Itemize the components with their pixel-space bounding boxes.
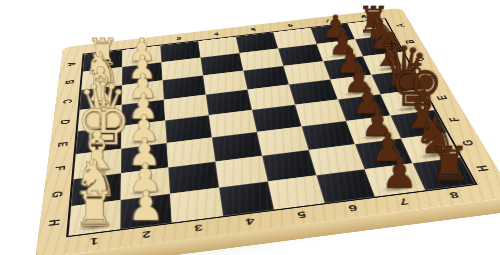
square-d6[interactable] <box>289 80 338 105</box>
black-rook-h8[interactable]: ♜ <box>424 143 475 188</box>
chess-set-photo: 12345678A♜♟♟♜AB♞♟♟♞BC♝♟♟♝CD♛♟♟♛DE♚♟♟♚EF♝… <box>0 0 500 255</box>
square-f4[interactable] <box>212 132 262 162</box>
square-e6[interactable] <box>295 100 346 127</box>
square-f5[interactable] <box>257 126 309 155</box>
square-d4[interactable] <box>206 90 252 116</box>
square-c4[interactable] <box>203 71 247 95</box>
square-h3[interactable] <box>170 188 223 223</box>
chess-board: 12345678A♜♟♟♜AB♞♟♟♞BC♝♟♟♝CD♛♟♟♛DE♚♟♟♚EF♝… <box>35 8 500 255</box>
black-pawn-h7[interactable]: ♟ <box>374 155 425 194</box>
square-d3[interactable] <box>164 95 209 121</box>
scene: 12345678A♜♟♟♜AB♞♟♟♞BC♝♟♟♝CD♛♟♟♛DE♚♟♟♚EF♝… <box>50 0 454 255</box>
white-rook-h1[interactable]: ♜ <box>69 187 121 233</box>
white-pawn-h2[interactable]: ♟ <box>120 187 172 226</box>
board-corner <box>35 236 68 255</box>
square-e3[interactable] <box>165 115 212 143</box>
